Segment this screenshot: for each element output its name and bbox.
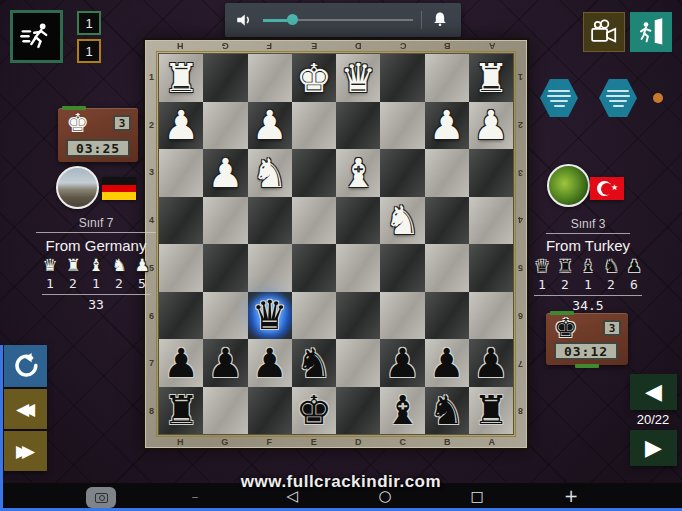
white-clock-time: 03:25 xyxy=(66,139,130,157)
coord-label-C: C xyxy=(381,435,426,448)
black-player-avatar[interactable] xyxy=(547,164,590,207)
piece-wB-d3: ♝ xyxy=(340,153,376,193)
square-f5[interactable] xyxy=(248,244,292,292)
square-d1[interactable]: ♛ xyxy=(336,54,380,102)
previous-move-button[interactable]: ◀ xyxy=(630,374,677,410)
square-b4[interactable] xyxy=(425,197,469,245)
coord-label-B: B xyxy=(425,40,470,53)
piece-wP-b2: ♟ xyxy=(429,105,465,145)
pawn-icon: ♟ xyxy=(626,258,641,275)
coord-label-2: 2 xyxy=(145,101,158,149)
square-a6[interactable] xyxy=(469,292,513,340)
white-material-panel: ♛1♜2♝1♞2♟5 33 xyxy=(34,257,158,312)
square-a5[interactable] xyxy=(469,244,513,292)
coord-label-A: A xyxy=(470,435,515,448)
square-g8[interactable] xyxy=(203,387,247,435)
file-labels-top: HGFEDCBA xyxy=(158,40,514,53)
coord-label-2: 2 xyxy=(514,101,527,149)
black-material-total: 34.5 xyxy=(526,298,650,313)
material-rook: ♜2 xyxy=(555,258,575,292)
coord-label-8: 8 xyxy=(145,387,158,435)
piece-bN-e7: ♞ xyxy=(296,343,332,383)
divider xyxy=(42,294,150,295)
black-clock-period: 3 xyxy=(603,320,621,336)
piece-wQ-d1: ♛ xyxy=(340,58,376,98)
pawn-count: 5 xyxy=(138,276,146,291)
material-pawn: ♟5 xyxy=(132,257,152,291)
rook-count: 2 xyxy=(69,276,77,291)
square-c3[interactable] xyxy=(380,149,424,197)
square-g1[interactable] xyxy=(203,54,247,102)
quick-move-button[interactable] xyxy=(10,10,63,63)
piece-bN-b8: ♞ xyxy=(429,390,465,430)
orange-counter-badge[interactable]: 1 xyxy=(77,39,101,63)
fast-forward-icon: ▶▶ xyxy=(16,441,35,462)
square-a4[interactable] xyxy=(469,197,513,245)
square-a7[interactable]: ♟ xyxy=(469,339,513,387)
volume-slider-knob[interactable] xyxy=(287,14,298,25)
next-icon: ▶ xyxy=(645,435,662,461)
piece-bR-h8: ♜ xyxy=(163,390,199,430)
square-b2[interactable]: ♟ xyxy=(425,102,469,150)
square-e8[interactable]: ♚ xyxy=(292,387,336,435)
square-a3[interactable] xyxy=(469,149,513,197)
square-e2[interactable] xyxy=(292,102,336,150)
bishop-count: 1 xyxy=(584,277,592,292)
knight-count: 2 xyxy=(115,276,123,291)
square-h7[interactable]: ♟ xyxy=(159,339,203,387)
germany-flag xyxy=(102,177,136,200)
coord-label-7: 7 xyxy=(145,340,158,388)
rewind-icon: ◀◀ xyxy=(16,399,35,420)
board-grid: ♜♚♛♜♟♟♟♟♟♞♝♞♛♟♟♟♞♟♟♟♜♚♝♞♜ xyxy=(158,53,514,435)
rook-icon: ♜ xyxy=(557,258,572,275)
black-king-clock-icon: ♚ xyxy=(554,315,577,341)
white-player-location: From Germany xyxy=(16,237,176,254)
square-g5[interactable] xyxy=(203,244,247,292)
square-g3[interactable]: ♟ xyxy=(203,149,247,197)
turkey-flag: ★ xyxy=(590,177,624,200)
white-chess-clock[interactable]: ♚ 3 03:25 xyxy=(58,108,138,162)
piece-bP-g7: ♟ xyxy=(207,343,243,383)
coord-label-B: B xyxy=(425,435,470,448)
running-man-icon xyxy=(20,20,54,54)
piece-bP-a7: ♟ xyxy=(473,343,509,383)
square-d4[interactable] xyxy=(336,197,380,245)
coord-label-H: H xyxy=(158,40,203,53)
square-d8[interactable] xyxy=(336,387,380,435)
square-h1[interactable]: ♜ xyxy=(159,54,203,102)
material-knight: ♞2 xyxy=(109,257,129,291)
square-g2[interactable] xyxy=(203,102,247,150)
app-screen: 1 1 xyxy=(0,0,682,511)
flip-board-button[interactable] xyxy=(4,345,47,387)
bishop-count: 1 xyxy=(92,276,100,291)
square-c4[interactable]: ♞ xyxy=(380,197,424,245)
black-player-name: Sınıf 3 xyxy=(528,217,648,231)
piece-wN-f3: ♞ xyxy=(252,153,288,193)
piece-wP-a2: ♟ xyxy=(473,105,509,145)
square-a2[interactable]: ♟ xyxy=(469,102,513,150)
volume-panel xyxy=(225,3,461,37)
square-d3[interactable]: ♝ xyxy=(336,149,380,197)
white-player-name: Sınıf 7 xyxy=(20,216,172,230)
bell-icon[interactable] xyxy=(430,10,450,30)
black-material-row: ♛1♜2♝1♞2♟6 xyxy=(526,258,650,292)
coord-label-3: 3 xyxy=(514,149,527,197)
square-e6[interactable] xyxy=(292,292,336,340)
piece-bQ-f6: ♛ xyxy=(252,295,288,335)
green-counter-badge[interactable]: 1 xyxy=(77,11,101,35)
coord-label-8: 8 xyxy=(514,387,527,435)
square-c1[interactable] xyxy=(380,54,424,102)
piece-bB-c8: ♝ xyxy=(384,390,420,430)
clock-green-bar-bottom xyxy=(575,364,599,368)
piece-bP-f7: ♟ xyxy=(252,343,288,383)
divider xyxy=(36,232,156,233)
coord-label-E: E xyxy=(292,40,337,53)
black-player-location: From Turkey xyxy=(508,237,668,254)
square-g7[interactable]: ♟ xyxy=(203,339,247,387)
square-d2[interactable] xyxy=(336,102,380,150)
square-c2[interactable] xyxy=(380,102,424,150)
piece-bK-e8: ♚ xyxy=(296,390,332,430)
chat-bubble-icon-2[interactable] xyxy=(599,79,637,117)
square-e5[interactable] xyxy=(292,244,336,292)
material-knight: ♞2 xyxy=(601,258,621,292)
exit-game-button[interactable] xyxy=(630,12,672,52)
square-b5[interactable] xyxy=(425,244,469,292)
pawn-count: 6 xyxy=(630,277,638,292)
divider xyxy=(421,11,422,29)
material-queen: ♛1 xyxy=(40,257,60,291)
black-clock-time: 03:12 xyxy=(554,342,618,360)
coord-label-F: F xyxy=(247,435,292,448)
coord-label-C: C xyxy=(381,40,426,53)
knight-icon: ♞ xyxy=(111,257,126,274)
coord-label-E: E xyxy=(292,435,337,448)
screenshot-camera-icon xyxy=(95,493,108,503)
material-queen: ♛1 xyxy=(532,258,552,292)
next-move-button[interactable]: ▶ xyxy=(630,430,677,466)
square-f1[interactable] xyxy=(248,54,292,102)
coord-label-1: 1 xyxy=(514,53,527,101)
square-g4[interactable] xyxy=(203,197,247,245)
square-c5[interactable] xyxy=(380,244,424,292)
queen-icon: ♛ xyxy=(42,257,57,274)
chess-board: HGFEDCBA HGFEDCBA 12345678 12345678 ♜♚♛♜… xyxy=(143,38,529,450)
black-material-panel: ♛1♜2♝1♞2♟6 34.5 xyxy=(526,258,650,313)
queen-count: 1 xyxy=(46,276,54,291)
fast-forward-button[interactable]: ▶▶ xyxy=(4,431,47,471)
square-h3[interactable] xyxy=(159,149,203,197)
divider xyxy=(534,295,642,296)
square-d6[interactable] xyxy=(336,292,380,340)
square-b7[interactable]: ♟ xyxy=(425,339,469,387)
square-h6[interactable] xyxy=(159,292,203,340)
piece-wR-a1: ♜ xyxy=(473,58,509,98)
material-bishop: ♝1 xyxy=(86,257,106,291)
speaker-icon[interactable] xyxy=(235,11,253,29)
square-f8[interactable] xyxy=(248,387,292,435)
square-c7[interactable]: ♟ xyxy=(380,339,424,387)
coord-label-D: D xyxy=(336,435,381,448)
square-c6[interactable] xyxy=(380,292,424,340)
coord-label-H: H xyxy=(158,435,203,448)
square-b6[interactable] xyxy=(425,292,469,340)
watermark-text: www.fullcrackindir.com xyxy=(0,472,682,492)
rotate-icon xyxy=(11,351,41,381)
file-labels-bottom: HGFEDCBA xyxy=(158,435,514,448)
coord-label-7: 7 xyxy=(514,340,527,388)
square-f7[interactable]: ♟ xyxy=(248,339,292,387)
coord-label-G: G xyxy=(203,40,248,53)
bishop-icon: ♝ xyxy=(580,258,595,275)
material-pawn: ♟6 xyxy=(624,258,644,292)
knight-icon: ♞ xyxy=(603,258,618,275)
pawn-icon: ♟ xyxy=(134,257,149,274)
square-f3[interactable]: ♞ xyxy=(248,149,292,197)
square-b3[interactable] xyxy=(425,149,469,197)
square-d7[interactable] xyxy=(336,339,380,387)
square-e4[interactable] xyxy=(292,197,336,245)
queen-count: 1 xyxy=(538,277,546,292)
star-icon: ★ xyxy=(611,184,618,192)
piece-bP-b7: ♟ xyxy=(429,343,465,383)
square-g6[interactable] xyxy=(203,292,247,340)
square-h2[interactable]: ♟ xyxy=(159,102,203,150)
coord-label-3: 3 xyxy=(145,149,158,197)
move-counter: 20/22 xyxy=(626,412,680,427)
piece-wP-f2: ♟ xyxy=(252,105,288,145)
rook-icon: ♜ xyxy=(65,257,80,274)
square-e1[interactable]: ♚ xyxy=(292,54,336,102)
piece-wP-h2: ♟ xyxy=(163,105,199,145)
exit-door-icon xyxy=(636,17,666,47)
white-clock-period: 3 xyxy=(113,115,131,131)
material-bishop: ♝1 xyxy=(578,258,598,292)
knight-count: 2 xyxy=(607,277,615,292)
square-e7[interactable]: ♞ xyxy=(292,339,336,387)
piece-bR-a8: ♜ xyxy=(473,390,509,430)
material-rook: ♜2 xyxy=(63,257,83,291)
square-f6[interactable]: ♛ xyxy=(248,292,292,340)
video-call-button[interactable] xyxy=(583,12,625,52)
coord-label-D: D xyxy=(336,40,381,53)
white-material-total: 33 xyxy=(34,297,158,312)
square-h8[interactable]: ♜ xyxy=(159,387,203,435)
piece-wN-c4: ♞ xyxy=(384,200,420,240)
white-king-clock-icon: ♚ xyxy=(66,110,89,136)
piece-wK-e1: ♚ xyxy=(296,58,332,98)
square-b8[interactable]: ♞ xyxy=(425,387,469,435)
coord-label-F: F xyxy=(247,40,292,53)
queen-icon: ♛ xyxy=(534,258,549,275)
square-f4[interactable] xyxy=(248,197,292,245)
square-d5[interactable] xyxy=(336,244,380,292)
video-camera-icon xyxy=(589,19,619,45)
piece-wP-g3: ♟ xyxy=(207,153,243,193)
chat-bubble-icon[interactable] xyxy=(540,79,578,117)
notification-dot-2 xyxy=(653,93,663,103)
rewind-button[interactable]: ◀◀ xyxy=(4,389,47,429)
black-chess-clock[interactable]: ♚ 3 03:12 xyxy=(546,313,628,365)
square-a8[interactable]: ♜ xyxy=(469,387,513,435)
divider xyxy=(546,233,630,234)
coord-label-1: 1 xyxy=(145,53,158,101)
square-c8[interactable]: ♝ xyxy=(380,387,424,435)
prev-icon: ◀ xyxy=(645,379,662,405)
piece-bP-h7: ♟ xyxy=(163,343,199,383)
square-f2[interactable]: ♟ xyxy=(248,102,292,150)
coord-label-G: G xyxy=(203,435,248,448)
piece-wR-h1: ♜ xyxy=(163,58,199,98)
rook-count: 2 xyxy=(561,277,569,292)
piece-bP-c7: ♟ xyxy=(384,343,420,383)
bishop-icon: ♝ xyxy=(88,257,103,274)
square-a1[interactable]: ♜ xyxy=(469,54,513,102)
left-edge-line xyxy=(0,345,3,508)
square-e3[interactable] xyxy=(292,149,336,197)
coord-label-A: A xyxy=(470,40,515,53)
white-player-avatar[interactable] xyxy=(56,166,99,209)
white-material-row: ♛1♜2♝1♞2♟5 xyxy=(34,257,158,291)
square-b1[interactable] xyxy=(425,54,469,102)
